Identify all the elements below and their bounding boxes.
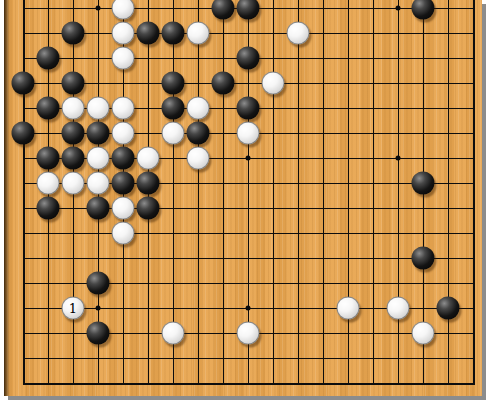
black-stone (212, 0, 235, 20)
black-stone (137, 172, 160, 195)
white-stone (162, 122, 185, 145)
black-stone (112, 147, 135, 170)
page: 1 (0, 0, 500, 410)
black-stone (212, 72, 235, 95)
white-stone (87, 172, 110, 195)
black-stone (37, 97, 60, 120)
black-stone (237, 97, 260, 120)
black-stone (62, 122, 85, 145)
white-stone (337, 297, 360, 320)
white-stone (237, 322, 260, 345)
black-stone (162, 22, 185, 45)
black-stone (62, 72, 85, 95)
black-stone (37, 197, 60, 220)
grid-horizontal-line (23, 83, 475, 84)
labeled-white-stone: 1 (62, 297, 85, 320)
black-stone (237, 0, 260, 20)
white-stone (187, 147, 210, 170)
black-stone (237, 47, 260, 70)
white-stone (287, 22, 310, 45)
black-stone (12, 72, 35, 95)
grid-horizontal-line (23, 33, 475, 34)
black-stone (162, 72, 185, 95)
star-point (396, 6, 401, 11)
white-stone (112, 222, 135, 245)
white-stone (187, 22, 210, 45)
white-stone (112, 47, 135, 70)
white-stone (62, 172, 85, 195)
black-stone (137, 22, 160, 45)
white-stone (87, 97, 110, 120)
star-point (246, 156, 251, 161)
star-point (396, 156, 401, 161)
white-stone (87, 147, 110, 170)
white-stone (187, 97, 210, 120)
grid-horizontal-line (23, 383, 475, 385)
black-stone (412, 247, 435, 270)
black-stone (37, 147, 60, 170)
star-point (96, 6, 101, 11)
black-stone (87, 197, 110, 220)
white-stone (387, 297, 410, 320)
move-number-label: 1 (63, 298, 84, 319)
grid-horizontal-line (23, 358, 475, 359)
grid-horizontal-line (23, 233, 475, 234)
black-stone (62, 22, 85, 45)
board-left-edge-shade (4, 0, 10, 396)
black-stone (37, 47, 60, 70)
white-stone (37, 172, 60, 195)
black-stone (87, 122, 110, 145)
black-stone (112, 172, 135, 195)
white-stone (112, 97, 135, 120)
white-stone (162, 322, 185, 345)
white-stone (262, 72, 285, 95)
star-point (96, 306, 101, 311)
white-stone (112, 0, 135, 20)
black-stone (87, 272, 110, 295)
black-stone (87, 322, 110, 345)
grid-horizontal-line (23, 258, 475, 259)
white-stone (62, 97, 85, 120)
black-stone (412, 0, 435, 20)
black-stone (187, 122, 210, 145)
white-stone (112, 122, 135, 145)
white-stone (112, 22, 135, 45)
white-stone (112, 197, 135, 220)
black-stone (137, 197, 160, 220)
black-stone (412, 172, 435, 195)
white-stone (237, 122, 260, 145)
star-point (246, 306, 251, 311)
black-stone (162, 97, 185, 120)
black-stone (12, 122, 35, 145)
go-board[interactable]: 1 (4, 0, 482, 396)
black-stone (62, 147, 85, 170)
black-stone (437, 297, 460, 320)
white-stone (412, 322, 435, 345)
white-stone (137, 147, 160, 170)
